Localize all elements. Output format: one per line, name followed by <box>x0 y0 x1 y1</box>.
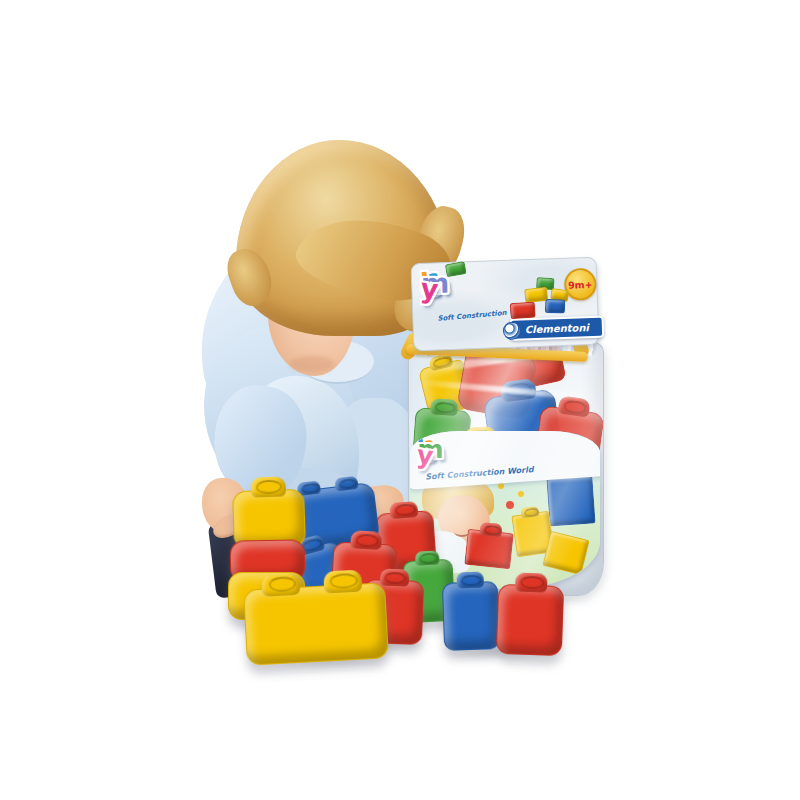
bag-body: Clemmy Soft Construction World <box>408 342 604 596</box>
blue-block <box>545 299 565 314</box>
right-blocks-floor-shadow <box>436 642 566 660</box>
green-block <box>445 261 467 277</box>
front-brick-floor-shadow <box>248 648 398 668</box>
child-chin-shadow <box>290 356 334 372</box>
product-bag: Clemmy Soft Construction World Clemmy So… <box>404 258 606 608</box>
plastic-sheen <box>409 343 603 595</box>
block-stud <box>323 569 362 593</box>
block-stud <box>262 572 301 596</box>
stack-floor-shadow <box>226 606 326 624</box>
card-mini-bricks <box>412 258 599 350</box>
red-block-floor-shadow <box>360 636 430 650</box>
product-photo-canvas: Clemmy Soft Construction World Clemmy So… <box>0 0 800 800</box>
red-block <box>510 302 536 320</box>
block-stud <box>350 531 382 551</box>
bag-header-card: Clemmy Soft Construction World 9m+ Cleme… <box>411 257 600 351</box>
